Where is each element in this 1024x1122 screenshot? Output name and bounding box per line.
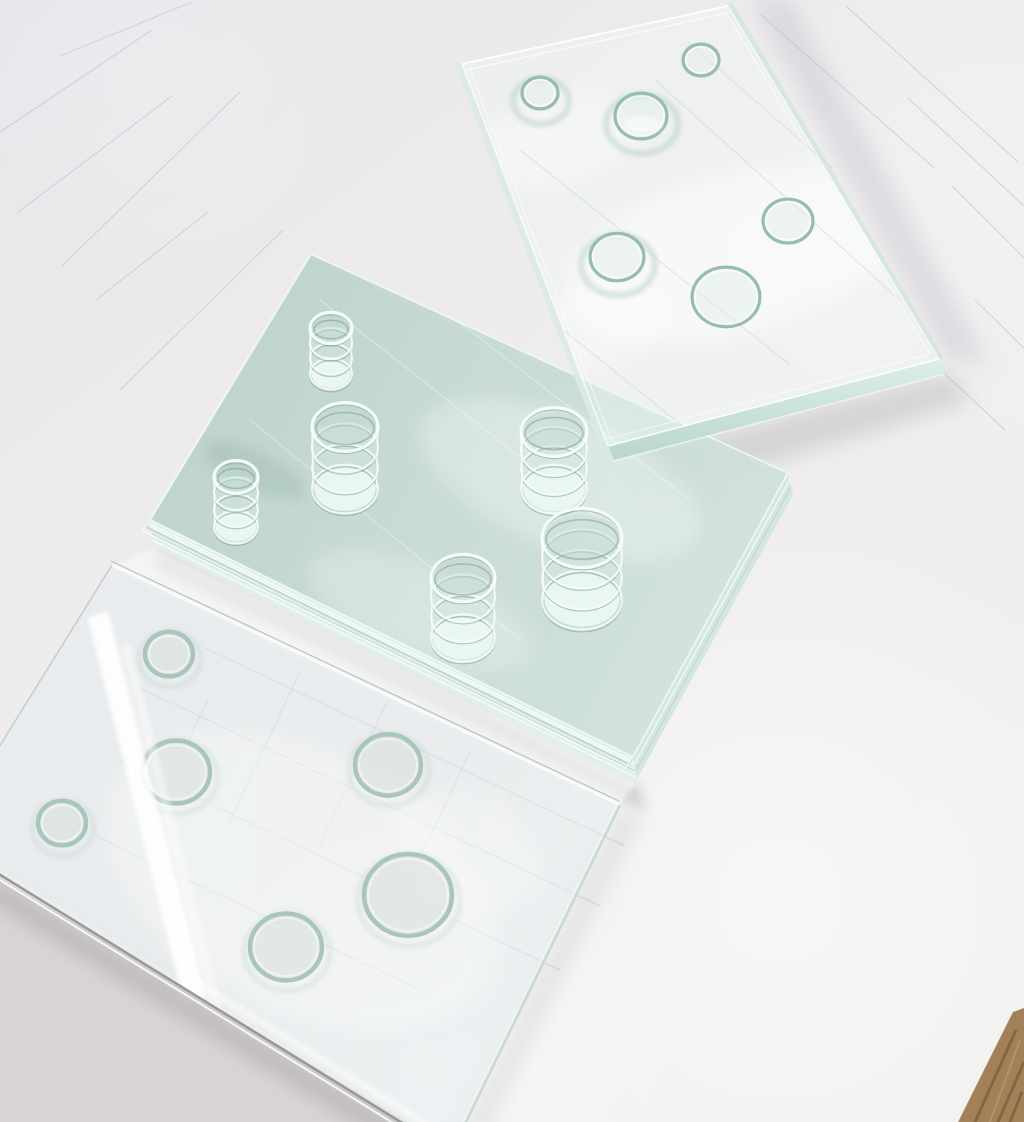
photo-glass-plates (0, 0, 1024, 1122)
tube-wall-highlight (310, 328, 311, 374)
drilled-hole (349, 734, 429, 806)
tube-wall-highlight (257, 477, 258, 527)
scene-canvas (0, 0, 1024, 1122)
tube-wall-highlight (351, 328, 352, 374)
hole-tube (431, 554, 495, 664)
tube-mouth (315, 408, 376, 446)
tube-wall-highlight (214, 477, 215, 527)
drilled-hole (763, 199, 813, 243)
hole-tube (214, 461, 258, 546)
hole-edge (364, 854, 452, 936)
hole-edge (250, 914, 322, 981)
drilled-hole (244, 913, 330, 990)
hole-tube (312, 403, 378, 516)
hole-edge (38, 801, 86, 846)
hole-edge (145, 632, 193, 677)
drilled-hole (32, 800, 94, 856)
drilled-hole (692, 267, 760, 327)
hole-edge (763, 199, 813, 243)
hole-edge (692, 267, 760, 327)
drilled-hole (683, 44, 719, 76)
tube-mouth (434, 560, 493, 597)
hole-edge (683, 44, 719, 76)
drilled-hole (139, 631, 201, 687)
tube-mouth (524, 413, 585, 451)
hole-tube (521, 408, 587, 516)
hole-tube (542, 508, 622, 631)
hole-edge (522, 77, 558, 109)
tube-mouth (545, 515, 620, 562)
hole-edge (590, 233, 644, 281)
lens-reflection (624, 116, 661, 134)
hole-edge (355, 734, 421, 795)
drilled-hole (358, 854, 460, 946)
hole-tube (310, 312, 352, 391)
tube-wall-highlight (431, 578, 432, 638)
